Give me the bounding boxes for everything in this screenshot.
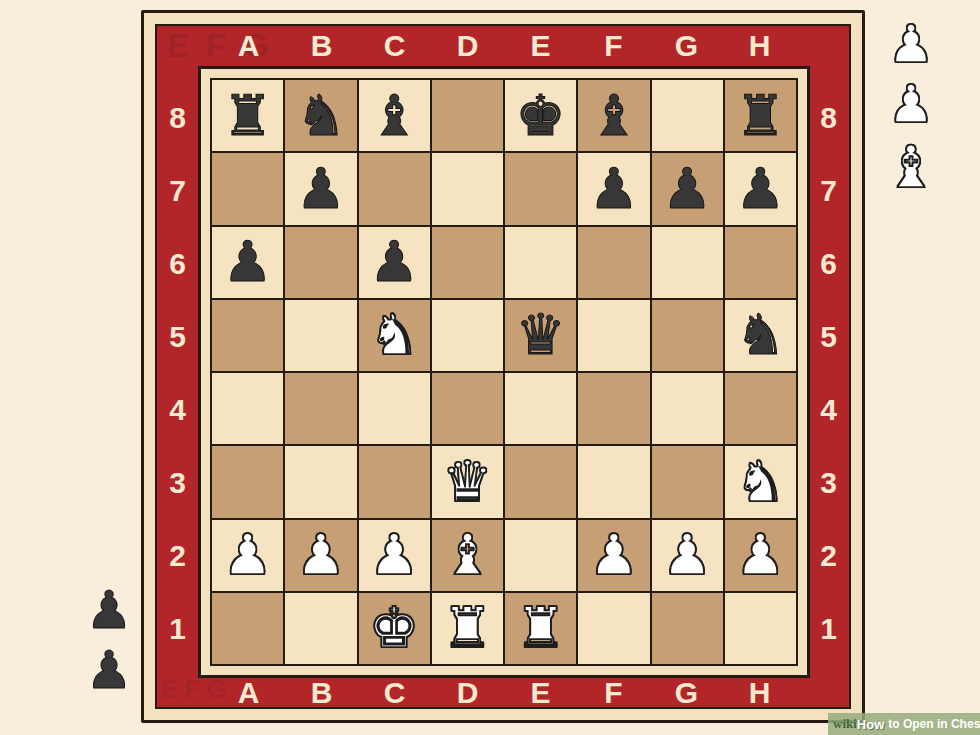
square-g1 <box>652 593 723 664</box>
square-a6: ♟ <box>212 227 283 298</box>
square-h3: ♞ <box>725 446 796 517</box>
piece-black-pawn: ♟ <box>223 234 273 290</box>
square-e2 <box>505 520 576 591</box>
square-b6 <box>285 227 356 298</box>
square-h7: ♟ <box>725 153 796 224</box>
board-bevel: ♜♞♝♚♝♜♟♟♟♟♟♟♞♛♞♛♞♟♟♟♝♟♟♟♚♜♜ <box>198 66 810 678</box>
square-e3 <box>505 446 576 517</box>
rank-label-3: 3 <box>157 446 198 519</box>
piece-white-pawn: ♟ <box>223 527 273 583</box>
square-b4 <box>285 373 356 444</box>
piece-black-king: ♚ <box>516 88 566 144</box>
square-d2: ♝ <box>432 520 503 591</box>
piece-black-knight: ♞ <box>296 88 346 144</box>
piece-black-pawn: ♟ <box>296 161 346 217</box>
square-a5 <box>212 300 283 371</box>
file-label-c: C <box>358 26 431 66</box>
square-f3 <box>578 446 649 517</box>
file-label-e: E <box>504 678 577 707</box>
rank-label-1: 1 <box>157 592 198 665</box>
square-f4 <box>578 373 649 444</box>
rank-label-2: 2 <box>157 519 198 592</box>
rank-label-7: 7 <box>157 154 198 227</box>
rank-label-6: 6 <box>157 227 198 300</box>
piece-black-rook: ♜ <box>735 88 785 144</box>
square-f8: ♝ <box>578 80 649 151</box>
rank-label-6: 6 <box>808 227 849 300</box>
square-f6 <box>578 227 649 298</box>
file-label-g: G <box>650 678 723 707</box>
file-label-a: A <box>212 26 285 66</box>
file-label-h: H <box>723 26 796 66</box>
rank-labels-right: 87654321 <box>808 81 849 665</box>
rank-labels-left: 87654321 <box>157 81 198 665</box>
rank-label-7: 7 <box>808 154 849 227</box>
file-label-b: B <box>285 678 358 707</box>
square-b5 <box>285 300 356 371</box>
square-d4 <box>432 373 503 444</box>
square-c8: ♝ <box>359 80 430 151</box>
square-d5 <box>432 300 503 371</box>
square-c1: ♚ <box>359 593 430 664</box>
piece-white-pawn: ♟ <box>888 78 935 130</box>
square-c4 <box>359 373 430 444</box>
piece-white-pawn: ♟ <box>589 527 639 583</box>
square-e8: ♚ <box>505 80 576 151</box>
square-c3 <box>359 446 430 517</box>
captured-white-tray: ♟♟♝ <box>876 14 946 200</box>
square-d1: ♜ <box>432 593 503 664</box>
piece-white-pawn: ♟ <box>296 527 346 583</box>
piece-white-knight: ♞ <box>735 454 785 510</box>
piece-black-pawn: ♟ <box>86 644 133 696</box>
square-g5 <box>652 300 723 371</box>
file-label-d: D <box>431 678 504 707</box>
square-g7: ♟ <box>652 153 723 224</box>
square-e1: ♜ <box>505 593 576 664</box>
square-e5: ♛ <box>505 300 576 371</box>
square-b1 <box>285 593 356 664</box>
square-c5: ♞ <box>359 300 430 371</box>
square-e6 <box>505 227 576 298</box>
rank-label-4: 4 <box>157 373 198 446</box>
square-d6 <box>432 227 503 298</box>
square-h2: ♟ <box>725 520 796 591</box>
piece-black-pawn: ♟ <box>735 161 785 217</box>
file-labels-bottom: ABCDEFGH <box>212 678 796 707</box>
square-b8: ♞ <box>285 80 356 151</box>
square-d8 <box>432 80 503 151</box>
piece-black-knight: ♞ <box>735 307 785 363</box>
square-g8 <box>652 80 723 151</box>
square-h1 <box>725 593 796 664</box>
piece-black-bishop: ♝ <box>369 88 419 144</box>
rank-label-1: 1 <box>808 592 849 665</box>
board-frame: EFG EFG ABCDEFGH ABCDEFGH 87654321 87654… <box>141 10 865 723</box>
square-g2: ♟ <box>652 520 723 591</box>
piece-white-rook: ♜ <box>516 600 566 656</box>
square-f1 <box>578 593 649 664</box>
captured-black-tray: ♟♟ <box>74 580 144 700</box>
file-label-f: F <box>577 26 650 66</box>
page: ♟♟♝ ♟♟ EFG EFG ABCDEFGH ABCDEFGH 8765432… <box>0 0 980 735</box>
square-f5 <box>578 300 649 371</box>
piece-white-rook: ♜ <box>442 600 492 656</box>
rank-label-8: 8 <box>808 81 849 154</box>
square-a8: ♜ <box>212 80 283 151</box>
watermark-how-logo: How <box>857 717 884 732</box>
rank-label-4: 4 <box>808 373 849 446</box>
piece-white-pawn: ♟ <box>735 527 785 583</box>
piece-white-pawn: ♟ <box>369 527 419 583</box>
square-g3 <box>652 446 723 517</box>
square-d3: ♛ <box>432 446 503 517</box>
square-a4 <box>212 373 283 444</box>
file-labels-top: ABCDEFGH <box>212 26 796 66</box>
square-a3 <box>212 446 283 517</box>
file-label-d: D <box>431 26 504 66</box>
file-label-g: G <box>650 26 723 66</box>
piece-white-king: ♚ <box>369 600 419 656</box>
file-label-h: H <box>723 678 796 707</box>
square-h4 <box>725 373 796 444</box>
square-h5: ♞ <box>725 300 796 371</box>
square-b7: ♟ <box>285 153 356 224</box>
piece-white-pawn: ♟ <box>888 18 935 70</box>
square-h8: ♜ <box>725 80 796 151</box>
piece-white-knight: ♞ <box>369 307 419 363</box>
square-e4 <box>505 373 576 444</box>
rank-label-5: 5 <box>157 300 198 373</box>
piece-black-queen: ♛ <box>516 307 566 363</box>
square-c7 <box>359 153 430 224</box>
piece-black-rook: ♜ <box>223 88 273 144</box>
board-red-band: EFG EFG ABCDEFGH ABCDEFGH 87654321 87654… <box>155 24 851 709</box>
watermark-wiki-logo: wiki <box>833 716 857 732</box>
square-e7 <box>505 153 576 224</box>
file-label-b: B <box>285 26 358 66</box>
square-b3 <box>285 446 356 517</box>
piece-white-bishop: ♝ <box>885 138 937 196</box>
piece-white-pawn: ♟ <box>662 527 712 583</box>
square-b2: ♟ <box>285 520 356 591</box>
piece-black-pawn: ♟ <box>589 161 639 217</box>
square-g6 <box>652 227 723 298</box>
watermark: wikiHow to Open in Chess <box>828 713 980 735</box>
square-g4 <box>652 373 723 444</box>
square-h6 <box>725 227 796 298</box>
piece-black-pawn: ♟ <box>86 584 133 636</box>
piece-black-pawn: ♟ <box>369 234 419 290</box>
rank-label-3: 3 <box>808 446 849 519</box>
piece-white-bishop: ♝ <box>442 527 492 583</box>
rank-label-2: 2 <box>808 519 849 592</box>
piece-black-bishop: ♝ <box>589 88 639 144</box>
rank-label-8: 8 <box>157 81 198 154</box>
square-f2: ♟ <box>578 520 649 591</box>
file-label-a: A <box>212 678 285 707</box>
piece-white-queen: ♛ <box>442 454 492 510</box>
watermark-title: to Open in Chess <box>888 717 980 731</box>
board: ♜♞♝♚♝♜♟♟♟♟♟♟♞♛♞♛♞♟♟♟♝♟♟♟♚♜♜ <box>210 78 798 666</box>
square-a2: ♟ <box>212 520 283 591</box>
square-a1 <box>212 593 283 664</box>
rank-label-5: 5 <box>808 300 849 373</box>
square-f7: ♟ <box>578 153 649 224</box>
piece-black-pawn: ♟ <box>662 161 712 217</box>
square-d7 <box>432 153 503 224</box>
square-a7 <box>212 153 283 224</box>
file-label-e: E <box>504 26 577 66</box>
square-c6: ♟ <box>359 227 430 298</box>
file-label-c: C <box>358 678 431 707</box>
file-label-f: F <box>577 678 650 707</box>
square-c2: ♟ <box>359 520 430 591</box>
